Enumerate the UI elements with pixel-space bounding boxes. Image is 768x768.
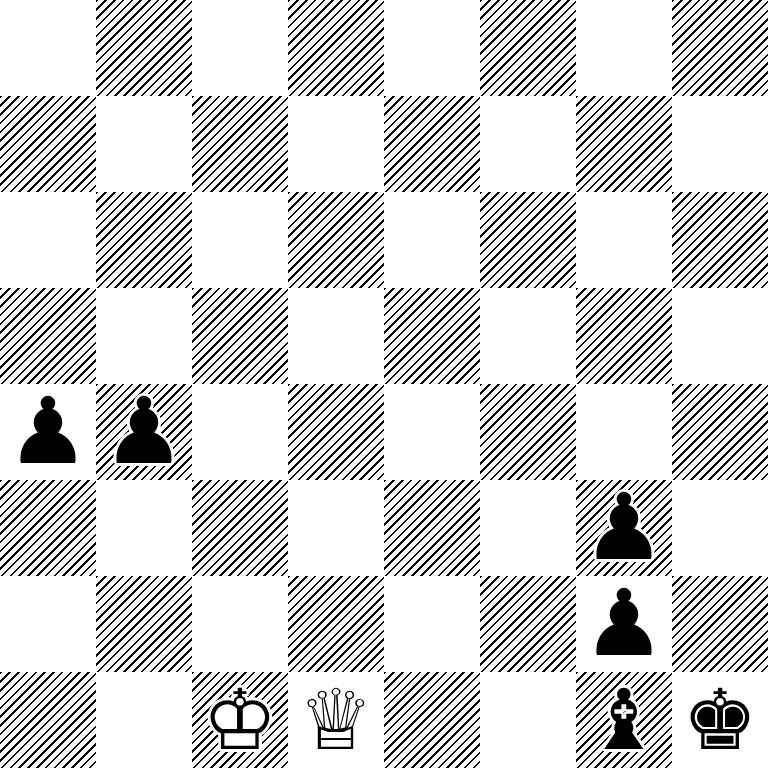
square-c1[interactable]: ♚♔ [192, 672, 288, 768]
white-king-icon: ♔ [202, 672, 277, 768]
piece-black-pawn: ♟ [576, 576, 672, 672]
square-b2[interactable] [96, 576, 192, 672]
square-h3[interactable] [672, 480, 768, 576]
square-h1[interactable]: ♚ [672, 672, 768, 768]
square-c6[interactable] [192, 192, 288, 288]
square-h7[interactable] [672, 96, 768, 192]
square-c3[interactable] [192, 480, 288, 576]
square-d7[interactable] [288, 96, 384, 192]
square-g6[interactable] [576, 192, 672, 288]
square-e1[interactable] [384, 672, 480, 768]
black-pawn-icon: ♟ [7, 384, 89, 480]
square-g5[interactable] [576, 288, 672, 384]
square-b7[interactable] [96, 96, 192, 192]
black-king-icon: ♚ [682, 672, 757, 768]
square-d3[interactable] [288, 480, 384, 576]
white-queen-icon: ♕ [298, 672, 373, 768]
square-d6[interactable] [288, 192, 384, 288]
square-b5[interactable] [96, 288, 192, 384]
black-pawn-icon: ♟ [583, 576, 665, 672]
square-c8[interactable] [192, 0, 288, 96]
square-g2[interactable]: ♟ [576, 576, 672, 672]
piece-black-king: ♚ [672, 672, 768, 768]
square-e3[interactable] [384, 480, 480, 576]
black-bishop-icon: ♝ [586, 672, 661, 768]
square-g7[interactable] [576, 96, 672, 192]
square-d5[interactable] [288, 288, 384, 384]
square-b8[interactable] [96, 0, 192, 96]
white-queen-fill-glyph: ♛ [298, 672, 373, 768]
square-h2[interactable] [672, 576, 768, 672]
piece-black-pawn: ♟ [96, 384, 192, 480]
square-g3[interactable]: ♟ [576, 480, 672, 576]
square-c7[interactable] [192, 96, 288, 192]
square-f5[interactable] [480, 288, 576, 384]
square-f6[interactable] [480, 192, 576, 288]
square-h4[interactable] [672, 384, 768, 480]
square-a5[interactable] [0, 288, 96, 384]
square-f1[interactable] [480, 672, 576, 768]
square-b1[interactable] [96, 672, 192, 768]
square-b4[interactable]: ♟ [96, 384, 192, 480]
square-e8[interactable] [384, 0, 480, 96]
square-h5[interactable] [672, 288, 768, 384]
square-a3[interactable] [0, 480, 96, 576]
black-pawn-icon: ♟ [583, 480, 665, 576]
square-f4[interactable] [480, 384, 576, 480]
square-e6[interactable] [384, 192, 480, 288]
square-c2[interactable] [192, 576, 288, 672]
square-f8[interactable] [480, 0, 576, 96]
square-h8[interactable] [672, 0, 768, 96]
square-e4[interactable] [384, 384, 480, 480]
square-c5[interactable] [192, 288, 288, 384]
square-a1[interactable] [0, 672, 96, 768]
black-pawn-icon: ♟ [103, 384, 185, 480]
square-h6[interactable] [672, 192, 768, 288]
square-f2[interactable] [480, 576, 576, 672]
piece-black-bishop: ♝ [576, 672, 672, 768]
square-d2[interactable] [288, 576, 384, 672]
square-d8[interactable] [288, 0, 384, 96]
square-a7[interactable] [0, 96, 96, 192]
square-f3[interactable] [480, 480, 576, 576]
piece-white-queen: ♛♕ [288, 672, 384, 768]
chess-board: ♟♟♟♟♚♔♛♕♝♚ [0, 0, 768, 768]
square-g1[interactable]: ♝ [576, 672, 672, 768]
square-a2[interactable] [0, 576, 96, 672]
square-d4[interactable] [288, 384, 384, 480]
white-king-fill-glyph: ♚ [202, 672, 277, 768]
piece-black-pawn: ♟ [576, 480, 672, 576]
square-e7[interactable] [384, 96, 480, 192]
square-d1[interactable]: ♛♕ [288, 672, 384, 768]
piece-white-king: ♚♔ [192, 672, 288, 768]
square-b3[interactable] [96, 480, 192, 576]
square-g8[interactable] [576, 0, 672, 96]
piece-black-pawn: ♟ [0, 384, 96, 480]
square-e5[interactable] [384, 288, 480, 384]
square-e2[interactable] [384, 576, 480, 672]
square-b6[interactable] [96, 192, 192, 288]
square-c4[interactable] [192, 384, 288, 480]
square-a4[interactable]: ♟ [0, 384, 96, 480]
square-g4[interactable] [576, 384, 672, 480]
square-a8[interactable] [0, 0, 96, 96]
square-f7[interactable] [480, 96, 576, 192]
square-a6[interactable] [0, 192, 96, 288]
